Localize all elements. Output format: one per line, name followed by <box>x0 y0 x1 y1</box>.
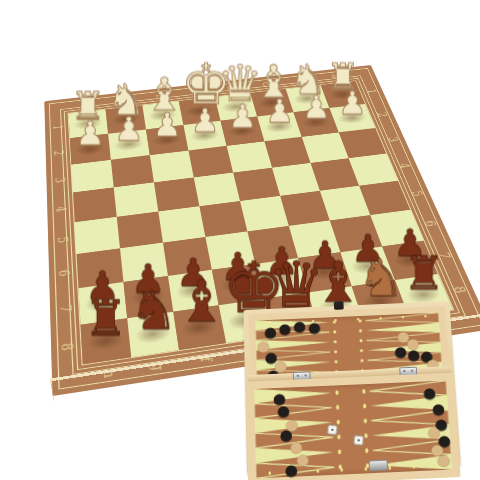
square-g8[interactable]: ♞ <box>127 311 179 357</box>
backgammon-bottom-panel: ●●●●●●●●●●●●●● <box>246 373 461 480</box>
point-dot <box>337 435 340 440</box>
backgammon-checker-black[interactable]: ● <box>407 347 421 362</box>
backgammon-case: ●●●●●●●●●●●●●● ●●●●●●●●●●●●●● <box>243 301 460 474</box>
rank-label-left-6: 6 <box>56 268 72 276</box>
point-dot <box>336 405 339 410</box>
rank-label-left-1: 1 <box>51 124 64 130</box>
point-dot <box>363 404 366 409</box>
case-latch[interactable] <box>369 460 389 472</box>
white-pawn-h2[interactable]: ♟ <box>71 117 110 150</box>
rank-label-right-5: 5 <box>409 190 425 197</box>
square-d5[interactable] <box>240 196 289 232</box>
square-g4[interactable] <box>114 182 159 216</box>
rank-label-left-2: 2 <box>51 149 65 155</box>
point-dot <box>364 433 367 438</box>
point-dot <box>359 329 362 332</box>
white-pawn-g2[interactable]: ♟ <box>110 113 148 146</box>
square-h5[interactable] <box>75 217 120 254</box>
point-dot <box>334 340 337 343</box>
rank-label-left-4: 4 <box>53 205 67 212</box>
white-pawn-f2[interactable]: ♟ <box>148 109 186 142</box>
point-dot <box>333 330 336 333</box>
backgammon-checker-black[interactable]: ● <box>394 344 408 359</box>
product-photo: ♜♞♝♚♛♝♞♜♟♟♟♟♟♟♟♟♟♟♟♟♟♟♟♟♜♞♝♚♛♝♞♜ hhggffe… <box>0 0 480 480</box>
black-bishop-f8[interactable]: ♝ <box>176 272 223 329</box>
die[interactable] <box>353 435 364 446</box>
rank-label-right-4: 4 <box>396 162 411 169</box>
point-dot <box>334 350 337 353</box>
edge-dot <box>388 466 391 470</box>
point-dot <box>338 449 341 454</box>
point-dot <box>337 420 340 425</box>
rank-label-right-3: 3 <box>385 136 400 142</box>
square-g3[interactable] <box>111 155 154 187</box>
board-left-edge <box>44 101 54 406</box>
backgammon-checker-black[interactable]: ● <box>293 319 306 333</box>
white-pawn-a2[interactable]: ♟ <box>334 88 371 120</box>
black-rook-a8[interactable]: ♜ <box>401 250 446 296</box>
white-pawn-c2[interactable]: ♟ <box>261 96 299 128</box>
square-c5[interactable] <box>280 191 330 226</box>
backgammon-checker-black[interactable]: ● <box>308 320 321 334</box>
black-knight-b8[interactable]: ♞ <box>358 251 404 303</box>
backgammon-checker-black[interactable]: ● <box>284 462 298 477</box>
backgammon-checker-black[interactable]: ● <box>423 385 437 400</box>
backgammon-point <box>254 386 332 404</box>
rank-label-right-8: 8 <box>450 285 468 294</box>
square-b2[interactable]: ♟ <box>294 108 339 137</box>
backgammon-checker-natural[interactable]: ● <box>296 451 310 466</box>
point-dot <box>335 390 338 395</box>
rank-label-left-8: 8 <box>58 341 75 351</box>
rank-label-left-5: 5 <box>54 236 69 244</box>
die[interactable] <box>327 424 338 435</box>
file-label-near-f: f <box>196 356 213 363</box>
white-pawn-b2[interactable]: ♟ <box>298 92 335 124</box>
chess-board-scene: ♜♞♝♚♛♝♞♜♟♟♟♟♟♟♟♟♟♟♟♟♟♟♟♟♜♞♝♚♛♝♞♜ hhggffe… <box>0 28 480 348</box>
point-dot <box>362 389 365 394</box>
rank-label-left-7: 7 <box>57 304 73 313</box>
point-dot <box>360 359 363 362</box>
black-knight-g8[interactable]: ♞ <box>129 282 176 336</box>
point-dot <box>335 360 338 363</box>
square-e3[interactable] <box>188 146 233 178</box>
black-rook-h8[interactable]: ♜ <box>82 294 129 343</box>
white-pawn-d2[interactable]: ♟ <box>224 100 262 132</box>
point-dot <box>365 448 368 453</box>
square-h8[interactable]: ♜ <box>81 318 132 364</box>
square-f5[interactable] <box>158 206 205 242</box>
backgammon-checker-black[interactable]: ● <box>278 322 291 336</box>
rank-label-right-2: 2 <box>374 111 388 117</box>
point-dot <box>360 349 363 352</box>
backgammon-checker-black[interactable]: ● <box>431 401 445 416</box>
backgammon-checker-natural[interactable]: ● <box>437 452 451 467</box>
square-f8[interactable]: ♝ <box>173 305 226 350</box>
point-dot <box>364 418 367 423</box>
white-pawn-e2[interactable]: ♟ <box>186 104 224 136</box>
case-knob[interactable] <box>334 301 344 309</box>
square-g5[interactable] <box>117 211 163 248</box>
square-h3[interactable] <box>71 160 113 193</box>
rank-label-left-3: 3 <box>52 176 66 183</box>
point-dot <box>359 339 362 342</box>
square-a3[interactable] <box>339 128 387 158</box>
